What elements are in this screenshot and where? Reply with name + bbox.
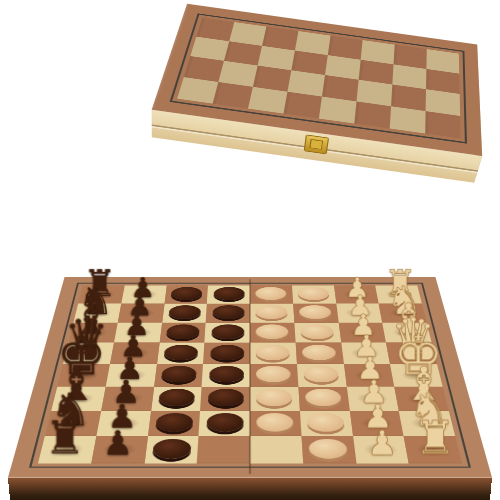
box-lid-square <box>354 101 391 128</box>
dark-checker[interactable] <box>161 366 197 382</box>
board-fold-seam <box>249 279 251 474</box>
board-square[interactable] <box>250 411 301 437</box>
board-square[interactable] <box>292 285 336 303</box>
board-square[interactable] <box>293 304 338 323</box>
box-lid-square <box>212 82 252 109</box>
dark-checker[interactable] <box>155 413 193 432</box>
light-checker[interactable] <box>302 345 337 360</box>
dark-rook[interactable]: ♜ <box>45 415 85 460</box>
board-square[interactable]: ♟ <box>353 436 409 463</box>
box-lid-square <box>287 70 325 96</box>
board-square[interactable] <box>203 343 250 364</box>
light-checker[interactable] <box>300 324 334 339</box>
light-checker[interactable] <box>307 413 345 432</box>
light-checker[interactable] <box>308 439 348 459</box>
light-checker[interactable] <box>257 413 294 432</box>
dark-checker[interactable] <box>212 305 244 319</box>
light-checker[interactable] <box>256 324 289 339</box>
board-square[interactable] <box>159 323 206 343</box>
open-board-scene: ♜♟♟♜♞♟♟♞♝♟♟♝♛♟♟♛♚♟♟♚♝♟♟♝♞♟♟♞♜♟♟♜ <box>0 140 500 500</box>
board-square[interactable] <box>200 387 250 411</box>
board-square[interactable]: ♟ <box>91 436 147 463</box>
box-lid-square <box>248 87 287 114</box>
board-square[interactable] <box>207 285 250 303</box>
dark-checker[interactable] <box>163 345 198 360</box>
board-square[interactable] <box>199 411 250 437</box>
board-square[interactable] <box>297 364 347 387</box>
dark-checker[interactable] <box>166 324 200 339</box>
board-square[interactable] <box>250 343 297 364</box>
board-square[interactable] <box>151 387 202 411</box>
light-rook[interactable]: ♜ <box>414 415 454 460</box>
light-checker[interactable] <box>305 389 342 406</box>
open-board: ♜♟♟♜♞♟♟♞♝♟♟♝♛♟♟♛♚♟♟♚♝♟♟♝♞♟♟♞♜♟♟♜ <box>8 277 492 478</box>
board-square[interactable] <box>250 323 295 343</box>
dark-checker[interactable] <box>170 287 202 300</box>
product-photo-stage: ♜♟♟♜♞♟♟♞♝♟♟♝♛♟♟♛♚♟♟♚♝♟♟♝♞♟♟♞♜♟♟♜ <box>0 0 500 500</box>
board-square[interactable] <box>206 304 250 323</box>
board-square[interactable] <box>300 411 353 437</box>
board-square[interactable] <box>295 343 343 364</box>
board-square[interactable] <box>301 436 356 463</box>
box-lid-square <box>257 46 294 71</box>
board-square[interactable] <box>298 387 349 411</box>
board-square[interactable] <box>197 436 250 463</box>
board-square[interactable] <box>250 364 298 387</box>
board-square[interactable] <box>144 436 199 463</box>
light-checker[interactable] <box>299 305 332 319</box>
board-square[interactable] <box>157 343 205 364</box>
light-checker[interactable] <box>298 287 330 300</box>
dark-pawn[interactable]: ♟ <box>103 426 133 460</box>
box-lid-square <box>318 96 356 123</box>
dark-checker[interactable] <box>210 345 244 360</box>
dark-checker[interactable] <box>213 287 244 300</box>
board-square[interactable] <box>202 364 250 387</box>
light-checker[interactable] <box>256 345 290 360</box>
light-checker[interactable] <box>256 305 288 319</box>
board-front-edge <box>8 478 492 500</box>
board-square[interactable] <box>250 387 300 411</box>
board-square[interactable] <box>250 304 294 323</box>
board-square[interactable]: ♜ <box>404 436 462 463</box>
light-checker[interactable] <box>303 366 339 382</box>
light-pawn[interactable]: ♟ <box>367 426 397 460</box>
board-square[interactable] <box>205 323 250 343</box>
dark-checker[interactable] <box>168 305 201 319</box>
dark-checker[interactable] <box>206 413 243 432</box>
board-square[interactable] <box>162 304 207 323</box>
board-square[interactable] <box>147 411 200 437</box>
board-square[interactable] <box>154 364 204 387</box>
board-square[interactable] <box>250 285 293 303</box>
light-checker[interactable] <box>257 389 293 406</box>
box-lid-square <box>283 91 322 118</box>
dark-checker[interactable] <box>152 439 192 459</box>
box-lid-square <box>223 41 261 66</box>
closed-box <box>151 4 481 156</box>
box-lid-square <box>177 77 218 104</box>
box-lid-square <box>425 111 460 139</box>
board-square[interactable] <box>250 436 303 463</box>
light-checker[interactable] <box>256 366 291 382</box>
dark-checker[interactable] <box>211 324 244 339</box>
dark-checker[interactable] <box>207 389 243 406</box>
dark-checker[interactable] <box>209 366 244 382</box>
dark-checker[interactable] <box>158 389 195 406</box>
light-checker[interactable] <box>256 287 287 300</box>
board-square[interactable] <box>294 323 341 343</box>
board-square[interactable] <box>164 285 208 303</box>
board-square[interactable]: ♜ <box>38 436 96 463</box>
